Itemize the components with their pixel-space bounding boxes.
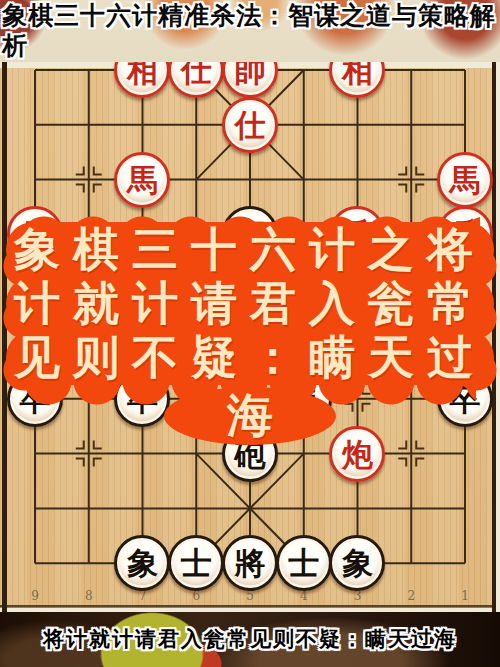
xiangqi-piece-black[interactable]: 象 xyxy=(114,535,170,591)
file-label-8: 8 xyxy=(78,589,100,603)
file-label-5: 5 xyxy=(239,589,261,603)
file-label-3: 3 xyxy=(347,589,369,603)
xiangqi-piece-black[interactable]: 士 xyxy=(276,535,332,591)
xiangqi-piece-red[interactable]: 馬 xyxy=(437,152,493,208)
promo-text-line-2: 计就计请君入瓮常 xyxy=(6,276,494,331)
file-label-9: 9 xyxy=(24,589,46,603)
promo-text-line-1: 象棋三十六计之将 xyxy=(6,222,494,277)
xiangqi-piece-red[interactable]: 仕 xyxy=(222,97,278,153)
file-label-2: 2 xyxy=(400,589,422,603)
promo-text-line-3: 见则不疑：瞒天过 xyxy=(6,330,494,385)
xiangqi-piece-black[interactable]: 象 xyxy=(329,535,385,591)
page-title: 象棋三十六计精准杀法：智谋之道与策略解 析 xyxy=(2,1,500,61)
file-label-4: 4 xyxy=(293,589,315,603)
file-label-7: 7 xyxy=(132,589,154,603)
xiangqi-piece-red[interactable]: 馬 xyxy=(114,152,170,208)
xiangqi-piece-black[interactable]: 士 xyxy=(168,535,224,591)
footer-caption: 将计就计请君入瓮常见则不疑：瞒天过海 xyxy=(0,612,500,667)
xiangqi-piece-black[interactable]: 將 xyxy=(222,535,278,591)
file-label-6: 6 xyxy=(185,589,207,603)
file-label-1: 1 xyxy=(454,589,476,603)
file-labels: 987654321 xyxy=(0,589,500,605)
promo-text-line-4: 海 xyxy=(164,387,336,445)
footer-banner: 将计就计请君入瓮常见则不疑：瞒天过海 xyxy=(0,612,500,667)
promo-cloud-overlay: 象棋三十六计之将 计就计请君入瓮常 见则不疑：瞒天过 海 xyxy=(6,214,494,445)
